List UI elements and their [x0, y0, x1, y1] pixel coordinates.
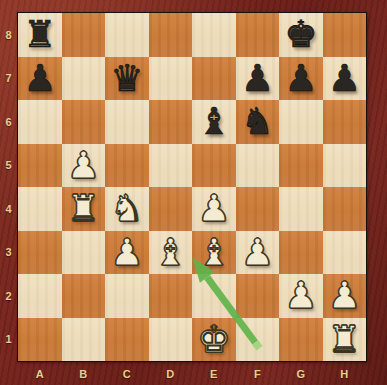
square-c2[interactable]	[105, 274, 149, 318]
file-label-a: A	[18, 362, 62, 385]
piece-black-pawn[interactable]: ♟	[323, 57, 367, 101]
square-b7[interactable]	[62, 57, 106, 101]
square-a4[interactable]	[18, 187, 62, 231]
piece-white-rook[interactable]: ♜	[323, 318, 367, 362]
piece-white-bishop[interactable]: ♝	[149, 231, 193, 275]
piece-black-king[interactable]: ♚	[279, 13, 323, 57]
square-f3[interactable]: ♟	[236, 231, 280, 275]
square-h6[interactable]	[323, 100, 367, 144]
piece-white-king[interactable]: ♚	[192, 318, 236, 362]
square-a7[interactable]: ♟	[18, 57, 62, 101]
square-h7[interactable]: ♟	[323, 57, 367, 101]
square-a2[interactable]	[18, 274, 62, 318]
square-a6[interactable]	[18, 100, 62, 144]
piece-black-pawn[interactable]: ♟	[279, 57, 323, 101]
rank-label-1: 1	[0, 318, 17, 362]
rank-labels: 87654321	[0, 13, 17, 361]
square-g7[interactable]: ♟	[279, 57, 323, 101]
square-a8[interactable]: ♜	[18, 13, 62, 57]
square-f7[interactable]: ♟	[236, 57, 280, 101]
square-h2[interactable]: ♟	[323, 274, 367, 318]
piece-black-bishop[interactable]: ♝	[192, 100, 236, 144]
piece-white-pawn[interactable]: ♟	[62, 144, 106, 188]
chess-board-window: 87654321 ABCDEFGH ♜♚♟♛♟♟♟♝♞♟♜♞♟♟♝♝♟♟♟♚♜	[0, 0, 387, 385]
piece-white-knight[interactable]: ♞	[105, 187, 149, 231]
square-e8[interactable]	[192, 13, 236, 57]
square-d8[interactable]	[149, 13, 193, 57]
square-c7[interactable]: ♛	[105, 57, 149, 101]
file-label-f: F	[236, 362, 280, 385]
square-g6[interactable]	[279, 100, 323, 144]
square-g2[interactable]: ♟	[279, 274, 323, 318]
square-d2[interactable]	[149, 274, 193, 318]
piece-black-rook[interactable]: ♜	[18, 13, 62, 57]
file-label-d: D	[149, 362, 193, 385]
piece-white-pawn[interactable]: ♟	[192, 187, 236, 231]
piece-white-pawn[interactable]: ♟	[236, 231, 280, 275]
file-label-e: E	[192, 362, 236, 385]
file-label-g: G	[279, 362, 323, 385]
square-b4[interactable]: ♜	[62, 187, 106, 231]
square-c1[interactable]	[105, 318, 149, 362]
rank-label-7: 7	[0, 57, 17, 101]
square-f4[interactable]	[236, 187, 280, 231]
square-a3[interactable]	[18, 231, 62, 275]
square-e3[interactable]: ♝	[192, 231, 236, 275]
piece-black-queen[interactable]: ♛	[105, 57, 149, 101]
square-d7[interactable]	[149, 57, 193, 101]
square-d6[interactable]	[149, 100, 193, 144]
square-h3[interactable]	[323, 231, 367, 275]
square-h4[interactable]	[323, 187, 367, 231]
square-d1[interactable]	[149, 318, 193, 362]
file-labels: ABCDEFGH	[18, 362, 366, 385]
square-b3[interactable]	[62, 231, 106, 275]
chess-board: ♜♚♟♛♟♟♟♝♞♟♜♞♟♟♝♝♟♟♟♚♜	[17, 12, 367, 362]
square-g8[interactable]: ♚	[279, 13, 323, 57]
square-c4[interactable]: ♞	[105, 187, 149, 231]
square-f1[interactable]	[236, 318, 280, 362]
square-c5[interactable]	[105, 144, 149, 188]
rank-label-2: 2	[0, 274, 17, 318]
square-e1[interactable]: ♚	[192, 318, 236, 362]
square-c3[interactable]: ♟	[105, 231, 149, 275]
rank-label-3: 3	[0, 231, 17, 275]
piece-white-pawn[interactable]: ♟	[279, 274, 323, 318]
square-b6[interactable]	[62, 100, 106, 144]
square-g5[interactable]	[279, 144, 323, 188]
square-g4[interactable]	[279, 187, 323, 231]
square-c8[interactable]	[105, 13, 149, 57]
piece-white-bishop[interactable]: ♝	[192, 231, 236, 275]
square-d4[interactable]	[149, 187, 193, 231]
square-b1[interactable]	[62, 318, 106, 362]
rank-label-4: 4	[0, 187, 17, 231]
square-f8[interactable]	[236, 13, 280, 57]
piece-white-pawn[interactable]: ♟	[105, 231, 149, 275]
square-a1[interactable]	[18, 318, 62, 362]
square-a5[interactable]	[18, 144, 62, 188]
square-g3[interactable]	[279, 231, 323, 275]
square-f6[interactable]: ♞	[236, 100, 280, 144]
piece-black-pawn[interactable]: ♟	[18, 57, 62, 101]
file-label-h: H	[323, 362, 367, 385]
square-e5[interactable]	[192, 144, 236, 188]
rank-label-5: 5	[0, 144, 17, 188]
square-b2[interactable]	[62, 274, 106, 318]
square-e2[interactable]	[192, 274, 236, 318]
square-g1[interactable]	[279, 318, 323, 362]
square-h8[interactable]	[323, 13, 367, 57]
square-f2[interactable]	[236, 274, 280, 318]
piece-white-rook[interactable]: ♜	[62, 187, 106, 231]
file-label-c: C	[105, 362, 149, 385]
square-e4[interactable]: ♟	[192, 187, 236, 231]
square-d3[interactable]: ♝	[149, 231, 193, 275]
square-b5[interactable]: ♟	[62, 144, 106, 188]
square-h1[interactable]: ♜	[323, 318, 367, 362]
square-d5[interactable]	[149, 144, 193, 188]
file-label-b: B	[62, 362, 106, 385]
piece-black-pawn[interactable]: ♟	[236, 57, 280, 101]
square-e6[interactable]: ♝	[192, 100, 236, 144]
rank-label-6: 6	[0, 100, 17, 144]
square-f5[interactable]	[236, 144, 280, 188]
square-e7[interactable]	[192, 57, 236, 101]
square-b8[interactable]	[62, 13, 106, 57]
piece-black-knight[interactable]: ♞	[236, 100, 280, 144]
square-c6[interactable]	[105, 100, 149, 144]
rank-label-8: 8	[0, 13, 17, 57]
piece-white-pawn[interactable]: ♟	[323, 274, 367, 318]
square-h5[interactable]	[323, 144, 367, 188]
